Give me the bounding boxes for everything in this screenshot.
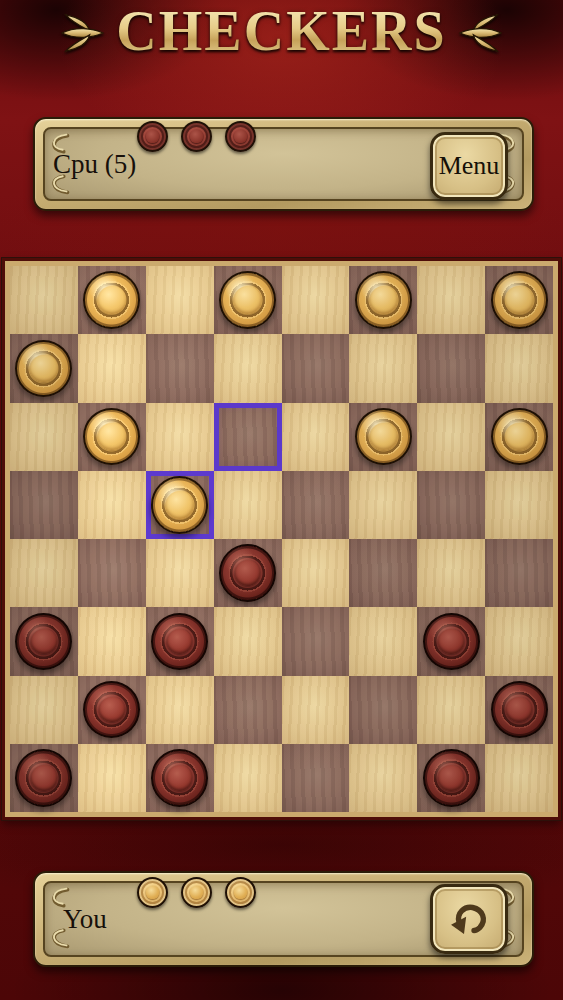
board-square-r0c4 — [282, 266, 350, 334]
gold-piece[interactable] — [151, 476, 208, 533]
board-square-r1c1 — [78, 334, 146, 402]
board-square-r6c7[interactable] — [485, 676, 553, 744]
you-captured-tray — [137, 877, 256, 908]
board-square-r5c1 — [78, 607, 146, 675]
app-title-bar: CHECKERS — [0, 0, 563, 66]
board-square-r7c6[interactable] — [417, 744, 485, 812]
board-square-r6c0 — [10, 676, 78, 744]
board-square-r2c4 — [282, 403, 350, 471]
board-square-r4c4 — [282, 539, 350, 607]
gold-piece[interactable] — [219, 271, 276, 328]
red-piece[interactable] — [423, 749, 480, 806]
cpu-panel: Cpu (5) Menu — [33, 117, 534, 211]
gold-piece[interactable] — [491, 271, 548, 328]
board-square-r5c2[interactable] — [146, 607, 214, 675]
gold-piece[interactable] — [83, 271, 140, 328]
red-piece[interactable] — [219, 544, 276, 601]
red-piece[interactable] — [15, 749, 72, 806]
board-square-r1c2[interactable] — [146, 334, 214, 402]
gold-piece[interactable] — [83, 408, 140, 465]
gold-piece[interactable] — [355, 408, 412, 465]
board-square-r2c5[interactable] — [349, 403, 417, 471]
board-square-r5c3 — [214, 607, 282, 675]
board-square-r0c5[interactable] — [349, 266, 417, 334]
board-square-r2c0 — [10, 403, 78, 471]
board-square-r4c0 — [10, 539, 78, 607]
board-square-r1c0[interactable] — [10, 334, 78, 402]
board-square-r0c6 — [417, 266, 485, 334]
menu-button[interactable]: Menu — [430, 132, 508, 200]
board-square-r7c1 — [78, 744, 146, 812]
board-square-r1c7 — [485, 334, 553, 402]
board-square-r3c6[interactable] — [417, 471, 485, 539]
board-square-r0c7[interactable] — [485, 266, 553, 334]
board-square-r3c7 — [485, 471, 553, 539]
title-ornament-left-icon — [57, 12, 107, 54]
board-square-r1c6[interactable] — [417, 334, 485, 402]
board-square-r2c1[interactable] — [78, 403, 146, 471]
board-square-r6c5[interactable] — [349, 676, 417, 744]
undo-arrow-icon — [446, 896, 492, 942]
board-square-r7c4[interactable] — [282, 744, 350, 812]
you-label: You — [63, 904, 107, 935]
captured-red-piece — [181, 121, 212, 152]
board-square-r4c3[interactable] — [214, 539, 282, 607]
red-piece[interactable] — [83, 681, 140, 738]
board-square-r4c1[interactable] — [78, 539, 146, 607]
red-piece[interactable] — [151, 613, 208, 670]
board-square-r3c1 — [78, 471, 146, 539]
board-square-r1c4[interactable] — [282, 334, 350, 402]
board-square-r4c5[interactable] — [349, 539, 417, 607]
red-piece[interactable] — [15, 613, 72, 670]
board-square-r4c6 — [417, 539, 485, 607]
board-square-r1c3 — [214, 334, 282, 402]
gold-piece[interactable] — [491, 408, 548, 465]
board-square-r5c0[interactable] — [10, 607, 78, 675]
board-square-r5c4[interactable] — [282, 607, 350, 675]
cpu-label: Cpu (5) — [53, 149, 136, 180]
board-square-r5c7 — [485, 607, 553, 675]
red-piece[interactable] — [423, 613, 480, 670]
board-square-r7c3 — [214, 744, 282, 812]
gold-piece[interactable] — [15, 340, 72, 397]
checkers-board — [2, 258, 561, 820]
board-square-r2c2 — [146, 403, 214, 471]
captured-gold-piece — [225, 877, 256, 908]
board-square-r6c1[interactable] — [78, 676, 146, 744]
board-square-r6c3[interactable] — [214, 676, 282, 744]
board-square-r4c7[interactable] — [485, 539, 553, 607]
you-panel: You — [33, 871, 534, 967]
board-square-r0c3[interactable] — [214, 266, 282, 334]
board-square-r7c7 — [485, 744, 553, 812]
board-square-r3c4[interactable] — [282, 471, 350, 539]
board-grid — [10, 266, 553, 812]
board-square-r3c5 — [349, 471, 417, 539]
undo-button[interactable] — [430, 884, 508, 954]
captured-gold-piece — [181, 877, 212, 908]
board-square-r3c3 — [214, 471, 282, 539]
board-square-r7c0[interactable] — [10, 744, 78, 812]
captured-red-piece — [225, 121, 256, 152]
title-ornament-right-icon — [456, 12, 506, 54]
board-square-r2c3[interactable] — [214, 403, 282, 471]
app-title: CHECKERS — [116, 3, 446, 63]
board-square-r5c5 — [349, 607, 417, 675]
board-square-r2c7[interactable] — [485, 403, 553, 471]
board-square-r6c4 — [282, 676, 350, 744]
board-square-r7c5 — [349, 744, 417, 812]
board-square-r1c5 — [349, 334, 417, 402]
cpu-captured-tray — [137, 121, 256, 152]
board-square-r6c2 — [146, 676, 214, 744]
board-square-r0c1[interactable] — [78, 266, 146, 334]
board-square-r3c2[interactable] — [146, 471, 214, 539]
board-square-r3c0[interactable] — [10, 471, 78, 539]
board-square-r5c6[interactable] — [417, 607, 485, 675]
captured-gold-piece — [137, 877, 168, 908]
red-piece[interactable] — [151, 749, 208, 806]
red-piece[interactable] — [491, 681, 548, 738]
board-square-r7c2[interactable] — [146, 744, 214, 812]
board-square-r2c6 — [417, 403, 485, 471]
board-square-r6c6 — [417, 676, 485, 744]
board-square-r0c2 — [146, 266, 214, 334]
board-square-r4c2 — [146, 539, 214, 607]
captured-red-piece — [137, 121, 168, 152]
gold-piece[interactable] — [355, 271, 412, 328]
board-square-r0c0 — [10, 266, 78, 334]
